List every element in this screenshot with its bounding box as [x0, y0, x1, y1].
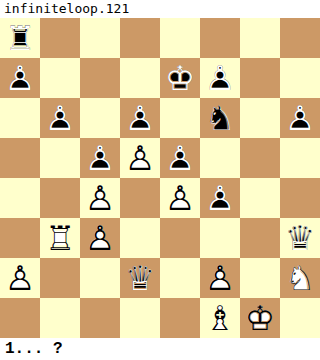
square-d1[interactable]	[120, 298, 160, 338]
square-c8[interactable]	[80, 18, 120, 58]
square-f3[interactable]	[200, 218, 240, 258]
square-f1[interactable]: ♝♗	[200, 298, 240, 338]
square-a8[interactable]: ♜♖	[0, 18, 40, 58]
square-b2[interactable]	[40, 258, 80, 298]
square-c1[interactable]	[80, 298, 120, 338]
square-g5[interactable]	[240, 138, 280, 178]
piece-black-pawn: ♟♙	[80, 138, 120, 178]
square-e5[interactable]: ♟♙	[160, 138, 200, 178]
piece-white-king: ♚♔	[240, 298, 280, 338]
piece-black-pawn: ♟♙	[40, 98, 80, 138]
piece-white-knight: ♞♘	[280, 258, 320, 298]
square-a3[interactable]	[0, 218, 40, 258]
square-e6[interactable]	[160, 98, 200, 138]
square-g1[interactable]: ♚♔	[240, 298, 280, 338]
square-c6[interactable]	[80, 98, 120, 138]
piece-black-pawn: ♟♙	[120, 98, 160, 138]
square-f6[interactable]: ♞♘	[200, 98, 240, 138]
square-h1[interactable]	[280, 298, 320, 338]
square-e1[interactable]	[160, 298, 200, 338]
square-h5[interactable]	[280, 138, 320, 178]
square-f4[interactable]: ♟♙	[200, 178, 240, 218]
piece-black-rook: ♜♖	[0, 18, 40, 58]
square-g2[interactable]	[240, 258, 280, 298]
square-c2[interactable]	[80, 258, 120, 298]
square-f8[interactable]	[200, 18, 240, 58]
square-f2[interactable]: ♟♙	[200, 258, 240, 298]
square-b7[interactable]	[40, 58, 80, 98]
square-b6[interactable]: ♟♙	[40, 98, 80, 138]
square-c5[interactable]: ♟♙	[80, 138, 120, 178]
piece-black-king: ♚♔	[160, 58, 200, 98]
move-prompt: 1... ?	[0, 338, 320, 360]
square-e7[interactable]: ♚♔	[160, 58, 200, 98]
square-d3[interactable]	[120, 218, 160, 258]
square-c7[interactable]	[80, 58, 120, 98]
square-h8[interactable]	[280, 18, 320, 58]
piece-black-pawn: ♟♙	[160, 138, 200, 178]
square-b8[interactable]	[40, 18, 80, 58]
square-a4[interactable]	[0, 178, 40, 218]
square-b3[interactable]: ♜♖	[40, 218, 80, 258]
piece-white-pawn: ♟♙	[80, 218, 120, 258]
square-b4[interactable]	[40, 178, 80, 218]
puzzle-title: infiniteloop.121	[0, 0, 320, 18]
square-e8[interactable]	[160, 18, 200, 58]
piece-black-queen: ♛♕	[280, 218, 320, 258]
square-h3[interactable]: ♛♕	[280, 218, 320, 258]
piece-white-pawn: ♟♙	[80, 178, 120, 218]
piece-white-pawn: ♟♙	[200, 258, 240, 298]
square-d7[interactable]	[120, 58, 160, 98]
square-g7[interactable]	[240, 58, 280, 98]
square-d8[interactable]	[120, 18, 160, 58]
square-h4[interactable]	[280, 178, 320, 218]
piece-black-queen: ♛♕	[120, 258, 160, 298]
piece-black-pawn: ♟♙	[280, 98, 320, 138]
piece-black-pawn: ♟♙	[200, 178, 240, 218]
square-c3[interactable]: ♟♙	[80, 218, 120, 258]
piece-white-bishop: ♝♗	[200, 298, 240, 338]
square-e3[interactable]	[160, 218, 200, 258]
square-d5[interactable]: ♟♙	[120, 138, 160, 178]
square-g4[interactable]	[240, 178, 280, 218]
piece-white-pawn: ♟♙	[0, 258, 40, 298]
square-g3[interactable]	[240, 218, 280, 258]
square-a6[interactable]	[0, 98, 40, 138]
puzzle-page: infiniteloop.121 ♜♖♟♙♚♔♟♙♟♙♟♙♞♘♟♙♟♙♟♙♟♙♟…	[0, 0, 320, 360]
square-f7[interactable]: ♟♙	[200, 58, 240, 98]
square-d2[interactable]: ♛♕	[120, 258, 160, 298]
square-f5[interactable]	[200, 138, 240, 178]
square-a1[interactable]	[0, 298, 40, 338]
square-e4[interactable]: ♟♙	[160, 178, 200, 218]
square-e2[interactable]	[160, 258, 200, 298]
piece-black-pawn: ♟♙	[0, 58, 40, 98]
square-b5[interactable]	[40, 138, 80, 178]
square-a2[interactable]: ♟♙	[0, 258, 40, 298]
square-h6[interactable]: ♟♙	[280, 98, 320, 138]
square-g8[interactable]	[240, 18, 280, 58]
piece-black-pawn: ♟♙	[200, 58, 240, 98]
square-h2[interactable]: ♞♘	[280, 258, 320, 298]
square-a5[interactable]	[0, 138, 40, 178]
square-b1[interactable]	[40, 298, 80, 338]
piece-white-pawn: ♟♙	[120, 138, 160, 178]
square-c4[interactable]: ♟♙	[80, 178, 120, 218]
chess-board: ♜♖♟♙♚♔♟♙♟♙♟♙♞♘♟♙♟♙♟♙♟♙♟♙♟♙♟♙♜♖♟♙♛♕♟♙♛♕♟♙…	[0, 18, 320, 338]
piece-white-rook: ♜♖	[40, 218, 80, 258]
piece-white-pawn: ♟♙	[160, 178, 200, 218]
square-h7[interactable]	[280, 58, 320, 98]
square-d4[interactable]	[120, 178, 160, 218]
piece-black-knight: ♞♘	[200, 98, 240, 138]
square-a7[interactable]: ♟♙	[0, 58, 40, 98]
square-d6[interactable]: ♟♙	[120, 98, 160, 138]
square-g6[interactable]	[240, 98, 280, 138]
